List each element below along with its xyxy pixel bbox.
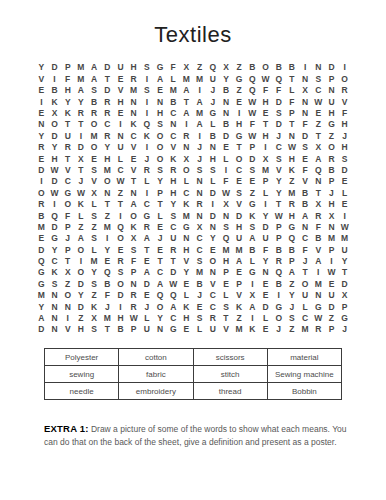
grid-cell-r23c10: Y (153, 313, 166, 324)
grid-cell-r9c22: A (312, 153, 325, 164)
grid-cell-r2c23: P (325, 73, 338, 84)
grid-cell-r6c17: F (246, 119, 259, 130)
grid-cell-r24c7: B (114, 324, 127, 335)
grid-cell-r16c2: G (48, 233, 61, 244)
grid-cell-r15c13: X (193, 221, 206, 232)
grid-cell-r11c14: L (206, 176, 219, 187)
grid-cell-r15c2: D (48, 221, 61, 232)
grid-cell-r12c1: O (35, 187, 48, 198)
extra-label: EXTRA 1: (44, 423, 89, 434)
grid-cell-r5c16: I (233, 108, 246, 119)
grid-cell-r17c14: E (206, 244, 219, 255)
grid-cell-r17c19: B (272, 244, 285, 255)
grid-cell-r14c21: A (299, 210, 312, 221)
grid-cell-r22c18: D (259, 301, 272, 312)
worksheet-page: Textiles YDPMADUHSGFXZQXZBOBBINDIVIFMATE… (0, 0, 386, 500)
word-bank-row: Polyestercottonscissorsmaterial (45, 349, 342, 366)
grid-cell-r19c18: N (259, 267, 272, 278)
grid-cell-r11c11: H (167, 176, 180, 187)
grid-cell-r2c20: T (285, 73, 298, 84)
grid-cell-r9c4: X (74, 153, 87, 164)
grid-cell-r16c1: E (35, 233, 48, 244)
grid-cell-r7c8: C (127, 130, 140, 141)
grid-cell-r6c14: L (206, 119, 219, 130)
grid-cell-r21c17: X (246, 290, 259, 301)
word-bank-item: embroidery (119, 383, 193, 400)
grid-cell-r19c3: X (61, 267, 74, 278)
grid-cell-r14c20: H (285, 210, 298, 221)
grid-cell-r15c15: S (219, 221, 232, 232)
grid-cell-r6c21: F (299, 119, 312, 130)
grid-cell-r14c13: N (193, 210, 206, 221)
grid-cell-r4c19: D (272, 96, 285, 107)
grid-cell-r12c23: J (325, 187, 338, 198)
grid-cell-r5c13: M (193, 108, 206, 119)
grid-cell-r20c14: V (206, 278, 219, 289)
grid-cell-r22c17: A (246, 301, 259, 312)
grid-cell-r19c5: Y (88, 267, 101, 278)
grid-cell-r8c4: D (74, 142, 87, 153)
grid-cell-r15c4: Z (74, 221, 87, 232)
grid-cell-r17c24: U (338, 244, 351, 255)
grid-cell-r13c6: T (101, 199, 114, 210)
grid-cell-r19c17: G (246, 267, 259, 278)
grid-cell-r5c4: R (74, 108, 87, 119)
grid-cell-r3c5: S (88, 85, 101, 96)
grid-cell-r8c9: I (140, 142, 153, 153)
grid-cell-r12c10: P (153, 187, 166, 198)
grid-cell-r12c12: C (180, 187, 193, 198)
grid-cell-r8c21: S (299, 142, 312, 153)
grid-cell-r21c8: R (127, 290, 140, 301)
grid-cell-r5c3: K (61, 108, 74, 119)
word-bank-item: cotton (119, 349, 193, 366)
grid-cell-r12c4: W (74, 187, 87, 198)
grid-cell-r15c5: Z (88, 221, 101, 232)
grid-cell-r17c22: V (312, 244, 325, 255)
grid-cell-r9c18: X (259, 153, 272, 164)
grid-cell-r14c12: M (180, 210, 193, 221)
grid-cell-r9c10: O (153, 153, 166, 164)
word-bank-item: stitch (193, 366, 267, 383)
grid-cell-r16c17: A (246, 233, 259, 244)
grid-cell-r20c4: D (74, 278, 87, 289)
grid-cell-r8c14: N (206, 142, 219, 153)
grid-cell-r10c8: V (127, 165, 140, 176)
grid-cell-r13c14: I (206, 199, 219, 210)
grid-cell-r17c8: S (127, 244, 140, 255)
grid-cell-r16c10: J (153, 233, 166, 244)
grid-cell-r18c22: A (312, 256, 325, 267)
grid-cell-r12c7: Z (114, 187, 127, 198)
grid-cell-r17c4: O (74, 244, 87, 255)
grid-cell-r7c4: I (74, 130, 87, 141)
grid-cell-r11c1: I (35, 176, 48, 187)
grid-cell-r12c2: W (48, 187, 61, 198)
grid-cell-r15c20: G (285, 221, 298, 232)
grid-cell-r20c17: I (246, 278, 259, 289)
grid-cell-r20c9: D (140, 278, 153, 289)
grid-cell-r10c10: S (153, 165, 166, 176)
grid-cell-r24c1: D (35, 324, 48, 335)
grid-cell-r5c2: X (48, 108, 61, 119)
grid-cell-r21c4: Y (74, 290, 87, 301)
grid-cell-r22c1: Y (35, 301, 48, 312)
grid-cell-r7c5: M (88, 130, 101, 141)
grid-cell-r21c21: U (299, 290, 312, 301)
grid-cell-r6c22: Z (312, 119, 325, 130)
grid-cell-r2c8: R (127, 73, 140, 84)
word-bank-item: sewing (45, 366, 119, 383)
grid-cell-r15c17: S (246, 221, 259, 232)
grid-cell-r8c13: J (193, 142, 206, 153)
grid-cell-r2c13: M (193, 73, 206, 84)
grid-cell-r16c24: M (338, 233, 351, 244)
word-bank-item: needle (45, 383, 119, 400)
grid-cell-r4c22: W (312, 96, 325, 107)
grid-cell-r19c1: G (35, 267, 48, 278)
grid-cell-r14c15: N (219, 210, 232, 221)
grid-cell-r14c19: W (272, 210, 285, 221)
word-bank-item: thread (193, 383, 267, 400)
grid-cell-r11c21: V (299, 176, 312, 187)
grid-cell-r9c21: E (299, 153, 312, 164)
grid-cell-r1c17: B (246, 62, 259, 73)
grid-cell-r13c20: R (285, 199, 298, 210)
grid-cell-r15c1: M (35, 221, 48, 232)
grid-cell-r6c15: B (219, 119, 232, 130)
grid-cell-r23c8: W (127, 313, 140, 324)
grid-cell-r3c13: I (193, 85, 206, 96)
grid-cell-r7c13: I (193, 130, 206, 141)
grid-cell-r8c23: O (325, 142, 338, 153)
grid-cell-r3c17: Q (246, 85, 259, 96)
grid-cell-r8c11: V (167, 142, 180, 153)
grid-cell-r13c10: T (153, 199, 166, 210)
grid-cell-r20c18: E (259, 278, 272, 289)
grid-cell-r6c13: A (193, 119, 206, 130)
grid-cell-r16c21: C (299, 233, 312, 244)
grid-cell-r13c24: E (338, 199, 351, 210)
grid-cell-r15c18: D (259, 221, 272, 232)
grid-cell-r11c2: D (48, 176, 61, 187)
grid-cell-r14c22: R (312, 210, 325, 221)
grid-cell-r17c21: F (299, 244, 312, 255)
grid-cell-r9c14: H (206, 153, 219, 164)
grid-cell-r11c7: W (114, 176, 127, 187)
grid-cell-r7c19: J (272, 130, 285, 141)
grid-cell-r23c16: Z (233, 313, 246, 324)
grid-cell-r23c22: W (312, 313, 325, 324)
grid-cell-r7c20: N (285, 130, 298, 141)
grid-cell-r6c8: K (127, 119, 140, 130)
grid-cell-r1c15: X (219, 62, 232, 73)
grid-cell-r10c7: C (114, 165, 127, 176)
grid-cell-r7c23: Z (325, 130, 338, 141)
grid-cell-r7c12: R (180, 130, 193, 141)
grid-cell-r17c15: M (219, 244, 232, 255)
grid-cell-r18c2: C (48, 256, 61, 267)
grid-cell-r5c1: E (35, 108, 48, 119)
grid-cell-r10c19: V (272, 165, 285, 176)
word-bank-item: fabric (119, 366, 193, 383)
grid-cell-r18c9: E (140, 256, 153, 267)
grid-cell-r24c2: N (48, 324, 61, 335)
grid-cell-r7c3: U (61, 130, 74, 141)
grid-cell-r6c18: T (259, 119, 272, 130)
grid-cell-r22c15: S (219, 301, 232, 312)
grid-cell-r9c20: H (285, 153, 298, 164)
grid-cell-r17c6: Y (101, 244, 114, 255)
grid-cell-r20c2: S (48, 278, 61, 289)
grid-cell-r18c13: S (193, 256, 206, 267)
grid-cell-r18c6: E (101, 256, 114, 267)
grid-cell-r24c14: U (206, 324, 219, 335)
grid-cell-r2c16: G (233, 73, 246, 84)
grid-cell-r15c11: C (167, 221, 180, 232)
grid-cell-r7c2: D (48, 130, 61, 141)
grid-cell-r6c6: C (101, 119, 114, 130)
grid-cell-r12c19: Y (272, 187, 285, 198)
grid-cell-r18c4: I (74, 256, 87, 267)
grid-cell-r4c6: R (101, 96, 114, 107)
grid-cell-r11c18: P (259, 176, 272, 187)
grid-cell-r15c6: M (101, 221, 114, 232)
grid-cell-r24c15: V (219, 324, 232, 335)
grid-cell-r12c17: Z (246, 187, 259, 198)
grid-cell-r13c3: O (61, 199, 74, 210)
grid-cell-r17c18: F (259, 244, 272, 255)
grid-cell-r10c5: S (88, 165, 101, 176)
grid-cell-r24c21: M (299, 324, 312, 335)
grid-cell-r18c17: L (246, 256, 259, 267)
grid-cell-r10c14: S (206, 165, 219, 176)
grid-cell-r16c6: I (101, 233, 114, 244)
grid-cell-r24c13: L (193, 324, 206, 335)
grid-cell-r9c16: O (233, 153, 246, 164)
grid-cell-r3c8: M (127, 85, 140, 96)
grid-cell-r2c15: Y (219, 73, 232, 84)
grid-cell-r13c13: R (193, 199, 206, 210)
grid-cell-r7c24: J (338, 130, 351, 141)
grid-cell-r8c15: E (219, 142, 232, 153)
grid-cell-r11c4: J (74, 176, 87, 187)
grid-cell-r12c5: X (88, 187, 101, 198)
grid-cell-r17c23: P (325, 244, 338, 255)
grid-cell-r4c2: K (48, 96, 61, 107)
word-bank-table: Polyestercottonscissorsmaterialsewingfab… (44, 348, 342, 400)
grid-cell-r10c24: D (338, 165, 351, 176)
grid-cell-r16c14: Y (206, 233, 219, 244)
grid-cell-r21c9: E (140, 290, 153, 301)
grid-cell-r13c17: G (246, 199, 259, 210)
grid-cell-r7c17: W (246, 130, 259, 141)
grid-cell-r11c23: P (325, 176, 338, 187)
grid-cell-r15c14: N (206, 221, 219, 232)
grid-cell-r8c18: I (259, 142, 272, 153)
grid-cell-r21c19: I (272, 290, 285, 301)
grid-cell-r16c5: S (88, 233, 101, 244)
grid-cell-r22c12: K (180, 301, 193, 312)
grid-cell-r22c16: K (233, 301, 246, 312)
grid-cell-r15c19: P (272, 221, 285, 232)
grid-cell-r10c13: S (193, 165, 206, 176)
grid-cell-r23c23: Z (325, 313, 338, 324)
grid-cell-r3c11: M (167, 85, 180, 96)
grid-cell-r16c23: M (325, 233, 338, 244)
grid-cell-r5c5: R (88, 108, 101, 119)
grid-cell-r22c22: G (312, 301, 325, 312)
grid-cell-r5c18: E (259, 108, 272, 119)
grid-cell-r7c10: O (153, 130, 166, 141)
grid-cell-r20c23: E (325, 278, 338, 289)
grid-cell-r16c12: N (180, 233, 193, 244)
grid-cell-r20c20: Z (285, 278, 298, 289)
grid-cell-r20c19: B (272, 278, 285, 289)
grid-cell-r19c12: Y (180, 267, 193, 278)
grid-cell-r20c13: B (193, 278, 206, 289)
word-bank-row: sewingfabricstitchSewing machine (45, 366, 342, 383)
grid-cell-r10c21: F (299, 165, 312, 176)
grid-cell-r18c19: R (272, 256, 285, 267)
grid-cell-r3c14: J (206, 85, 219, 96)
grid-cell-r19c19: Q (272, 267, 285, 278)
grid-cell-r22c5: K (88, 301, 101, 312)
grid-cell-r12c11: H (167, 187, 180, 198)
grid-cell-r22c23: D (325, 301, 338, 312)
grid-cell-r3c19: F (272, 85, 285, 96)
word-search-grid: YDPMADUHSGFXZQXZBOBBINDIVIFMATERIALMMUYG… (35, 62, 352, 335)
grid-cell-r5c12: A (180, 108, 193, 119)
grid-cell-r18c20: P (285, 256, 298, 267)
grid-cell-r16c15: Q (219, 233, 232, 244)
grid-cell-r23c2: N (48, 313, 61, 324)
grid-cell-r18c5: M (88, 256, 101, 267)
grid-cell-r9c23: R (325, 153, 338, 164)
grid-cell-r18c23: I (325, 256, 338, 267)
grid-cell-r19c23: W (325, 267, 338, 278)
grid-cell-r18c18: Y (259, 256, 272, 267)
grid-cell-r11c3: C (61, 176, 74, 187)
grid-cell-r19c2: K (48, 267, 61, 278)
grid-cell-r4c17: W (246, 96, 259, 107)
grid-cell-r20c3: Z (61, 278, 74, 289)
grid-cell-r15c16: H (233, 221, 246, 232)
grid-cell-r7c15: D (219, 130, 232, 141)
grid-cell-r19c14: N (206, 267, 219, 278)
grid-cell-r4c1: I (35, 96, 48, 107)
grid-cell-r10c15: I (219, 165, 232, 176)
grid-cell-r8c22: X (312, 142, 325, 153)
grid-cell-r6c7: I (114, 119, 127, 130)
grid-cell-r15c7: Q (114, 221, 127, 232)
grid-cell-r24c19: J (272, 324, 285, 335)
grid-cell-r3c4: A (74, 85, 87, 96)
grid-cell-r3c3: H (61, 85, 74, 96)
grid-cell-r4c23: U (325, 96, 338, 107)
grid-cell-r18c16: A (233, 256, 246, 267)
grid-cell-r6c20: T (285, 119, 298, 130)
grid-cell-r3c21: X (299, 85, 312, 96)
grid-cell-r1c10: G (153, 62, 166, 73)
grid-cell-r17c1: D (35, 244, 48, 255)
grid-cell-r18c1: Q (35, 256, 48, 267)
grid-cell-r2c17: Q (246, 73, 259, 84)
grid-cell-r14c6: Z (101, 210, 114, 221)
grid-cell-r18c3: T (61, 256, 74, 267)
grid-cell-r5c6: R (101, 108, 114, 119)
grid-cell-r1c14: Q (206, 62, 219, 73)
grid-cell-r1c8: H (127, 62, 140, 73)
grid-cell-r1c12: X (180, 62, 193, 73)
grid-cell-r19c24: T (338, 267, 351, 278)
grid-cell-r18c8: F (127, 256, 140, 267)
grid-cell-r14c17: K (246, 210, 259, 221)
grid-cell-r16c9: A (140, 233, 153, 244)
grid-cell-r21c14: C (206, 290, 219, 301)
grid-cell-r8c7: U (114, 142, 127, 153)
grid-cell-r1c4: M (74, 62, 87, 73)
word-bank-item: Sewing machine (267, 366, 341, 383)
grid-cell-r3c2: B (48, 85, 61, 96)
word-bank-item: material (267, 349, 341, 366)
grid-cell-r12c15: W (219, 187, 232, 198)
grid-cell-r11c8: T (127, 176, 140, 187)
grid-cell-r6c19: D (272, 119, 285, 130)
grid-cell-r19c20: A (285, 267, 298, 278)
grid-cell-r12c20: M (285, 187, 298, 198)
grid-cell-r22c7: I (114, 301, 127, 312)
grid-cell-r2c19: Q (272, 73, 285, 84)
grid-cell-r19c8: P (127, 267, 140, 278)
grid-cell-r2c14: U (206, 73, 219, 84)
grid-cell-r20c22: M (312, 278, 325, 289)
grid-cell-r17c16: M (233, 244, 246, 255)
grid-cell-r3c9: S (140, 85, 153, 96)
grid-cell-r14c1: B (35, 210, 48, 221)
grid-cell-r21c23: U (325, 290, 338, 301)
grid-cell-r9c8: E (127, 153, 140, 164)
grid-cell-r21c16: V (233, 290, 246, 301)
grid-cell-r13c19: T (272, 199, 285, 210)
grid-cell-r4c14: J (206, 96, 219, 107)
grid-cell-r13c8: A (127, 199, 140, 210)
grid-cell-r4c11: B (167, 96, 180, 107)
grid-cell-r14c16: D (233, 210, 246, 221)
grid-cell-r1c18: O (259, 62, 272, 73)
grid-cell-r3c16: Z (233, 85, 246, 96)
grid-cell-r11c9: L (140, 176, 153, 187)
grid-cell-r24c20: Z (285, 324, 298, 335)
grid-cell-r20c21: O (299, 278, 312, 289)
grid-cell-r20c7: O (114, 278, 127, 289)
grid-cell-r12c22: T (312, 187, 325, 198)
grid-cell-r15c8: K (127, 221, 140, 232)
grid-cell-r12c13: N (193, 187, 206, 198)
grid-cell-r20c5: S (88, 278, 101, 289)
grid-cell-r18c24: Y (338, 256, 351, 267)
grid-cell-r2c22: S (312, 73, 325, 84)
grid-cell-r16c20: Q (285, 233, 298, 244)
grid-cell-r12c6: N (101, 187, 114, 198)
grid-cell-r6c11: N (167, 119, 180, 130)
grid-cell-r6c12: I (180, 119, 193, 130)
grid-cell-r18c15: H (219, 256, 232, 267)
grid-cell-r5c7: E (114, 108, 127, 119)
grid-cell-r3c12: A (180, 85, 193, 96)
grid-cell-r21c2: N (48, 290, 61, 301)
grid-cell-r1c7: U (114, 62, 127, 73)
